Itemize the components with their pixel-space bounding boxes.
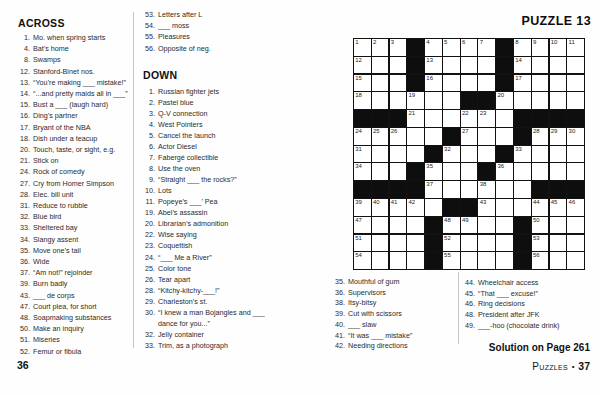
cell-number: 7: [480, 39, 483, 46]
clue-text: Mo. when spring starts: [33, 32, 147, 43]
cell-number: 8: [515, 39, 518, 46]
clue-text: Letters after L: [158, 9, 276, 20]
cell-number: 43: [480, 199, 487, 206]
cell-number: 40: [373, 199, 380, 206]
clue-number: 37.: [16, 267, 33, 278]
clue-number: 9.: [141, 174, 158, 185]
clue-text: Make an inquiry: [33, 323, 147, 334]
grid-cell: 11: [567, 39, 584, 56]
clue-item: 55.Pleasures: [141, 31, 276, 42]
grid-cell: 38: [478, 181, 495, 198]
clue-text: Lots: [158, 185, 276, 196]
grid-cell-black: [354, 181, 371, 198]
grid-cell: [567, 235, 584, 252]
clue-number: 29.: [141, 296, 158, 307]
grid-cell: 28: [532, 128, 549, 145]
clue-text: Ring decisions: [478, 299, 592, 310]
clue-item: 13.“You’re making ___ mistake!”: [16, 77, 147, 88]
clue-number: 13.: [16, 77, 33, 88]
grid-cell: 20: [496, 92, 513, 109]
grid-cell-black: [443, 128, 460, 145]
cell-number: 21: [409, 110, 416, 117]
clue-text: Swamps: [33, 54, 147, 65]
cell-number: 6: [462, 39, 465, 46]
cell-number: 1: [355, 39, 358, 46]
clue-text: Bryant of the NBA: [33, 122, 147, 133]
clue-text: Soapmaking substances: [33, 312, 147, 323]
clue-text: Librarian’s admonition: [158, 218, 276, 229]
clue-text: Bust a ___ (laugh hard): [33, 99, 147, 110]
clue-item: 53.Letters after L: [141, 9, 276, 20]
clue-number: 4.: [141, 119, 158, 130]
clue-item: 20.Librarian’s admonition: [141, 218, 276, 229]
clue-text: Rock of comedy: [33, 166, 147, 177]
clue-text: Ding’s partner: [33, 110, 147, 121]
clue-item: 8.Swamps: [16, 54, 147, 65]
grid-cell-black: [407, 75, 424, 92]
right-page-footer: Puzzles • 37: [532, 360, 590, 372]
grid-cell: [461, 235, 478, 252]
grid-cell: [372, 57, 389, 74]
grid-cell: [496, 110, 513, 127]
clue-item: 51.Miseries: [16, 334, 147, 345]
grid-cell: 18: [354, 92, 371, 109]
clue-text: Sheltered bay: [33, 222, 147, 233]
clue-item: 17.Bryant of the NBA: [16, 122, 147, 133]
grid-cell-black: [550, 110, 567, 127]
clue-item: 39.Burn badly: [16, 278, 147, 289]
clue-text: Supervisors: [348, 288, 457, 299]
clue-text: Bat’s home: [33, 43, 147, 54]
clue-item: 34.Slangy assent: [16, 234, 147, 245]
clue-item: 4.Bat’s home: [16, 43, 147, 54]
clue-number: 48.: [461, 310, 478, 321]
clue-text: Pleasures: [158, 31, 276, 42]
clue-item: 29.Charleston’s st.: [141, 296, 276, 307]
grid-cell: [443, 92, 460, 109]
cell-number: 4: [426, 39, 429, 46]
clue-number: 17.: [16, 122, 33, 133]
cell-number: 55: [444, 252, 451, 259]
left-page-number: 36: [17, 359, 29, 371]
grid-cell: 6: [461, 39, 478, 56]
solution-note: Solution on Page 261: [489, 342, 590, 353]
grid-cell: [550, 217, 567, 234]
clue-item: 30.“I knew a man Bojangles and ___ dance…: [141, 307, 276, 329]
grid-cell: [478, 217, 495, 234]
clue-number: 47.: [16, 301, 33, 312]
clue-number: 45.: [461, 289, 478, 300]
clue-item: 11.Popeye’s ___’ Pea: [141, 196, 276, 207]
clue-text: “That ___ excuse!”: [478, 289, 592, 300]
grid-cell: 39: [354, 199, 371, 216]
cell-number: 41: [391, 199, 398, 206]
clue-number: 4.: [16, 43, 33, 54]
clue-text: “Straight ___ the rocks?”: [158, 174, 276, 185]
grid-cell: [372, 163, 389, 180]
clue-text: Stick on: [33, 155, 147, 166]
cell-number: 29: [551, 128, 558, 135]
grid-cell: [550, 92, 567, 109]
grid-cell-black: [443, 199, 460, 216]
grid-cell: 8: [514, 39, 531, 56]
clue-item: 48.Soapmaking substances: [16, 312, 147, 323]
clue-item: 19.Abel’s assassin: [141, 207, 276, 218]
cell-number: 51: [355, 235, 362, 242]
grid-cell: 3: [390, 39, 407, 56]
clue-item: 23.Coquettish: [141, 240, 276, 251]
grid-cell: [461, 252, 478, 269]
clue-number: 40.: [331, 320, 348, 331]
down-clues-bottom-left: 35.Mouthful of gum36.Supervisors38.Itsy-…: [331, 277, 457, 352]
grid-cell-black: [390, 110, 407, 127]
clue-text: Cry from Homer Simpson: [33, 178, 147, 189]
clue-item: 35.Move one’s tail: [16, 245, 147, 256]
clue-item: 48.President after JFK: [461, 310, 592, 321]
middle-clues-column: 53.Letters after L54.___ moss55.Pleasure…: [141, 9, 276, 351]
clue-number: 23.: [141, 240, 158, 251]
grid-cell: 51: [354, 235, 371, 252]
clue-number: 15.: [16, 99, 33, 110]
clue-item: 24.Rock of comedy: [16, 166, 147, 177]
clue-text: “Kitchy-kitchy-___!”: [158, 285, 276, 296]
clue-text: ___ slaw: [348, 320, 457, 331]
clue-text: Charleston’s st.: [158, 296, 276, 307]
across-clues-column: ACROSS 1.Mo. when spring starts4.Bat’s h…: [16, 17, 147, 357]
cell-number: 53: [533, 235, 540, 242]
clue-number: 49.: [461, 321, 478, 332]
clue-item: 37.“Am not!” rejoinder: [16, 267, 147, 278]
cell-number: 11: [569, 39, 575, 46]
grid-cell: [550, 252, 567, 269]
clue-text: Dish under a teacup: [33, 133, 147, 144]
clue-number: 48.: [16, 312, 33, 323]
grid-cell: 9: [532, 39, 549, 56]
clue-text: Wide: [33, 256, 147, 267]
clue-item: 43.___ de corps: [16, 290, 147, 301]
grid-cell-black: [514, 110, 531, 127]
across-heading: ACROSS: [18, 17, 147, 29]
grid-cell-black: [425, 217, 442, 234]
grid-cell: [550, 57, 567, 74]
clue-text: Wise saying: [158, 229, 276, 240]
clue-item: 8.Use the oven: [141, 163, 276, 174]
clue-item: 5.Cancel the launch: [141, 130, 276, 141]
grid-cell: [532, 92, 549, 109]
grid-cell: 35: [425, 163, 442, 180]
grid-cell-black: [567, 181, 584, 198]
grid-cell: 45: [550, 199, 567, 216]
grid-cell: [478, 57, 495, 74]
clue-number: 3.: [141, 108, 158, 119]
clue-text: “I knew a man Bojangles and ___ dance fo…: [158, 307, 276, 329]
cell-number: 27: [462, 128, 469, 135]
clue-item: 4.West Pointers: [141, 119, 276, 130]
clue-number: 25.: [141, 263, 158, 274]
grid-cell: [550, 235, 567, 252]
grid-cell: 17: [514, 75, 531, 92]
clue-item: 49.___-hoo (chocolate drink): [461, 321, 592, 332]
grid-cell: 40: [372, 199, 389, 216]
clue-item: 33.Sheltered bay: [16, 222, 147, 233]
clue-item: 18.Dish under a teacup: [16, 133, 147, 144]
clue-text: Move one’s tail: [33, 245, 147, 256]
clue-item: 15.Bust a ___ (laugh hard): [16, 99, 147, 110]
grid-cell: [407, 146, 424, 163]
clue-text: Mouthful of gum: [348, 277, 457, 288]
cell-number: 39: [355, 199, 362, 206]
clue-number: 38.: [331, 298, 348, 309]
clue-number: 33.: [16, 222, 33, 233]
clue-text: “Am not!” rejoinder: [33, 267, 147, 278]
clue-item: 32.Jelly container: [141, 329, 276, 340]
cell-number: 14: [515, 57, 522, 64]
cell-number: 22: [462, 110, 469, 117]
grid-cell: 10: [550, 39, 567, 56]
grid-cell-black: [425, 146, 442, 163]
grid-cell: 4: [425, 39, 442, 56]
down-heading: DOWN: [143, 69, 276, 81]
grid-cell: [390, 163, 407, 180]
clue-number: 35.: [16, 245, 33, 256]
grid-cell-black: [496, 75, 513, 92]
clue-item: 24.“___ Me a River”: [141, 252, 276, 263]
clue-number: 30.: [141, 307, 158, 329]
clue-number: 16.: [16, 110, 33, 121]
clue-number: 26.: [141, 274, 158, 285]
grid-cell: 33: [514, 146, 531, 163]
grid-cell: 52: [443, 235, 460, 252]
cell-number: 19: [409, 92, 416, 99]
clue-item: 32.Blue bird: [16, 211, 147, 222]
clue-text: “It was ___ mistake”: [348, 331, 457, 342]
cell-number: 3: [391, 39, 394, 46]
column-divider-rule: [133, 12, 134, 348]
clue-item: 42.Needing directions: [331, 341, 457, 352]
footer-bullet: •: [571, 362, 576, 371]
clue-text: Color tone: [158, 263, 276, 274]
grid-cell: [443, 110, 460, 127]
cell-number: 32: [444, 146, 451, 153]
clue-text: ___ de corps: [33, 290, 147, 301]
grid-cell: [496, 252, 513, 269]
grid-cell: 42: [407, 199, 424, 216]
clue-item: 35.Mouthful of gum: [331, 277, 457, 288]
cell-number: 13: [426, 57, 433, 64]
clue-text: Court plea, for short: [33, 301, 147, 312]
clue-item: 52.Femur or fibula: [16, 346, 147, 357]
grid-cell: [496, 181, 513, 198]
grid-cell: [390, 146, 407, 163]
clue-text: Needing directions: [348, 341, 457, 352]
clue-number: 8.: [16, 54, 33, 65]
cell-number: 28: [533, 128, 540, 135]
grid-cell: [407, 128, 424, 145]
clue-text: Cancel the launch: [158, 130, 276, 141]
grid-cell-black: [425, 252, 442, 269]
cell-number: 16: [426, 75, 433, 82]
bottom-column-divider-rule: [458, 272, 459, 344]
grid-cell: [372, 75, 389, 92]
grid-cell: [478, 146, 495, 163]
clue-item: 47.Court plea, for short: [16, 301, 147, 312]
clue-text: ___ moss: [158, 20, 276, 31]
grid-cell: 34: [354, 163, 371, 180]
clue-item: 20.Touch, taste, or sight, e.g.: [16, 144, 147, 155]
grid-cell: [461, 163, 478, 180]
cell-number: 5: [444, 39, 447, 46]
grid-cell: 30: [567, 128, 584, 145]
cell-number: 38: [480, 181, 487, 188]
grid-cell: [443, 181, 460, 198]
clue-text: Touch, taste, or sight, e.g.: [33, 144, 147, 155]
clue-item: 21.Stick on: [16, 155, 147, 166]
grid-cell: [567, 92, 584, 109]
grid-cell: 25: [372, 128, 389, 145]
clue-number: 10.: [141, 185, 158, 196]
clue-item: 1.Russian fighter jets: [141, 86, 276, 97]
grid-cell-black: [496, 39, 513, 56]
clue-item: 2.Pastel blue: [141, 97, 276, 108]
grid-cell: 54: [354, 252, 371, 269]
grid-cell: [443, 75, 460, 92]
clue-number: 24.: [16, 166, 33, 177]
clue-number: 53.: [141, 9, 158, 20]
grid-cell: 15: [354, 75, 371, 92]
grid-cell: [425, 199, 442, 216]
clue-item: 7.Fabergé collectible: [141, 152, 276, 163]
clue-text: Abel’s assassin: [158, 207, 276, 218]
clue-item: 31.Reduce to rubble: [16, 200, 147, 211]
clue-text: Jelly container: [158, 329, 276, 340]
grid-cell: [496, 199, 513, 216]
clue-number: 19.: [141, 207, 158, 218]
grid-cell-black: [407, 57, 424, 74]
clue-item: 39.Cut with scissors: [331, 309, 457, 320]
clue-number: 20.: [16, 144, 33, 155]
book-spread: ACROSS 1.Mo. when spring starts4.Bat’s h…: [0, 0, 600, 395]
grid-cell: [425, 128, 442, 145]
clue-number: 33.: [141, 340, 158, 351]
grid-cell-black: [514, 235, 531, 252]
cell-number: 46: [569, 199, 576, 206]
right-page-number: 37: [578, 360, 590, 372]
grid-cell: [372, 217, 389, 234]
clue-item: 56.Opposite of neg.: [141, 43, 276, 54]
grid-cell-black: [407, 39, 424, 56]
clue-text: “You’re making ___ mistake!”: [33, 77, 147, 88]
grid-cell: 48: [443, 217, 460, 234]
clue-number: 43.: [16, 290, 33, 301]
clue-text: President after JFK: [478, 310, 592, 321]
clue-item: 28.Elec. bill unit: [16, 189, 147, 200]
clue-number: 28.: [141, 285, 158, 296]
grid-cell-black: [496, 57, 513, 74]
clue-number: 56.: [141, 43, 158, 54]
grid-cell: 41: [390, 199, 407, 216]
grid-cell: [461, 181, 478, 198]
grid-cell: [407, 217, 424, 234]
grid-cell: 1: [354, 39, 371, 56]
grid-cell: [372, 146, 389, 163]
grid-cell: 12: [354, 57, 371, 74]
clue-number: 22.: [141, 229, 158, 240]
clue-text: Femur or fibula: [33, 346, 147, 357]
cell-number: 35: [426, 163, 433, 170]
clue-item: 38.Itsy-bitsy: [331, 298, 457, 309]
grid-cell: 21: [407, 110, 424, 127]
clue-item: 22.Wise saying: [141, 229, 276, 240]
clue-text: ___-hoo (chocolate drink): [478, 321, 592, 332]
grid-cell-black: [372, 181, 389, 198]
grid-cell: [478, 235, 495, 252]
clue-number: 32.: [16, 211, 33, 222]
grid-cell-black: [496, 146, 513, 163]
grid-cell: 43: [478, 199, 495, 216]
clue-text: Blue bird: [33, 211, 147, 222]
book-section-label: Puzzles: [532, 361, 568, 372]
clue-item: 12.Stanford-Binet nos.: [16, 66, 147, 77]
clue-text: Miseries: [33, 334, 147, 345]
grid-cell: [567, 75, 584, 92]
clue-text: Slangy assent: [33, 234, 147, 245]
clue-text: Actor Diesel: [158, 141, 276, 152]
cell-number: 10: [551, 39, 558, 46]
cell-number: 25: [373, 128, 380, 135]
cell-number: 44: [533, 199, 540, 206]
cell-number: 36: [497, 163, 504, 170]
clue-item: 54.___ moss: [141, 20, 276, 31]
down-clues-bottom-right: 44.Wheelchair access45.“That ___ excuse!…: [461, 278, 592, 332]
clue-text: Popeye’s ___’ Pea: [158, 196, 276, 207]
grid-cell: 19: [407, 92, 424, 109]
clue-item: 46.Ring decisions: [461, 299, 592, 310]
clue-number: 50.: [16, 323, 33, 334]
clue-number: 28.: [16, 189, 33, 200]
cell-number: 20: [497, 92, 504, 99]
clue-text: “...and pretty maids all in ___”: [33, 88, 147, 99]
grid-cell: 5: [443, 39, 460, 56]
down-clue-list: 1.Russian fighter jets2.Pastel blue3.Q-V…: [141, 86, 276, 351]
grid-cell: [532, 75, 549, 92]
grid-cell: [390, 252, 407, 269]
clue-item: 33.Trim, as a photograph: [141, 340, 276, 351]
clue-text: Opposite of neg.: [158, 43, 276, 54]
clue-number: 14.: [16, 88, 33, 99]
grid-cell: [425, 92, 442, 109]
clue-number: 11.: [141, 196, 158, 207]
grid-cell: [496, 128, 513, 145]
grid-cell-black: [407, 163, 424, 180]
cell-number: 18: [355, 92, 362, 99]
grid-cell: 22: [461, 110, 478, 127]
clue-number: 42.: [331, 341, 348, 352]
grid-cell: 44: [532, 199, 549, 216]
grid-cell: [567, 252, 584, 269]
clue-number: 24.: [141, 252, 158, 263]
grid-cell-black: [372, 110, 389, 127]
grid-cell: 50: [532, 217, 549, 234]
grid-cell: [532, 146, 549, 163]
clue-item: 28.“Kitchy-kitchy-___!”: [141, 285, 276, 296]
grid-cell: [443, 57, 460, 74]
clue-number: 6.: [141, 141, 158, 152]
across-clue-list-continued: 53.Letters after L54.___ moss55.Pleasure…: [141, 9, 276, 54]
clue-item: 36.Wide: [16, 256, 147, 267]
cell-number: 31: [355, 146, 362, 153]
grid-cell-black: [514, 252, 531, 269]
clue-text: Pastel blue: [158, 97, 276, 108]
